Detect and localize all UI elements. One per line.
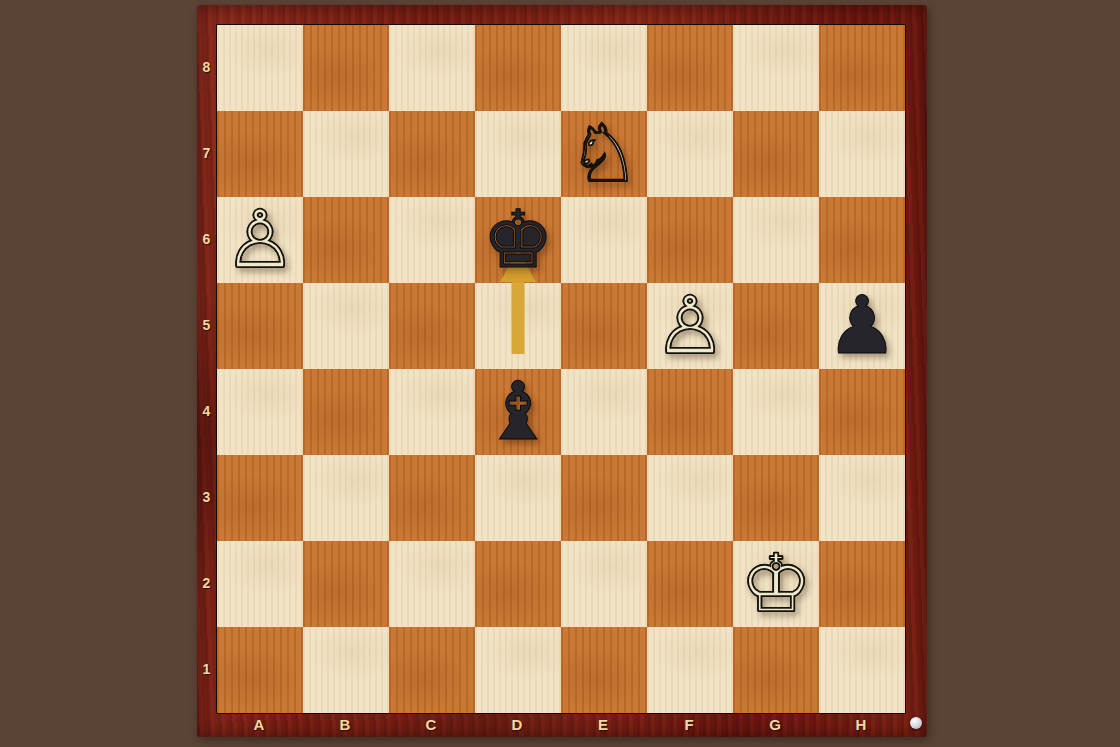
square-d3[interactable] [475,455,561,541]
square-f7[interactable] [647,111,733,197]
square-e4[interactable] [561,369,647,455]
square-f8[interactable] [647,25,733,111]
square-a3[interactable] [217,455,303,541]
square-d7[interactable] [475,111,561,197]
square-g3[interactable] [733,455,819,541]
square-e7[interactable]: ♘ [561,111,647,197]
square-d2[interactable] [475,541,561,627]
file-label-a: A [216,712,302,737]
square-g2[interactable]: ♔ [733,541,819,627]
square-e5[interactable] [561,283,647,369]
piece-white-pawn-f5[interactable]: ♙ [647,283,733,369]
square-b7[interactable] [303,111,389,197]
square-e8[interactable] [561,25,647,111]
rank-label-2: 2 [197,540,216,626]
square-h7[interactable] [819,111,905,197]
square-e1[interactable] [561,627,647,713]
square-a6[interactable]: ♙ [217,197,303,283]
square-d8[interactable] [475,25,561,111]
square-h2[interactable] [819,541,905,627]
square-c1[interactable] [389,627,475,713]
square-b1[interactable] [303,627,389,713]
square-a1[interactable] [217,627,303,713]
square-g8[interactable] [733,25,819,111]
square-f4[interactable] [647,369,733,455]
board-frame: ♘♙♚♙♟♝♔ 87654321 ABCDEFGH [197,5,927,737]
piece-black-bishop-d4[interactable]: ♝ [475,369,561,455]
square-c6[interactable] [389,197,475,283]
square-c3[interactable] [389,455,475,541]
square-g1[interactable] [733,627,819,713]
square-b3[interactable] [303,455,389,541]
file-label-e: E [560,712,646,737]
square-g6[interactable] [733,197,819,283]
rank-label-4: 4 [197,368,216,454]
chess-board: ♘♙♚♙♟♝♔ [216,24,906,714]
square-f5[interactable]: ♙ [647,283,733,369]
square-d6[interactable]: ♚ [475,197,561,283]
square-h8[interactable] [819,25,905,111]
square-a5[interactable] [217,283,303,369]
rank-label-7: 7 [197,110,216,196]
square-h3[interactable] [819,455,905,541]
rank-label-1: 1 [197,626,216,712]
square-g4[interactable] [733,369,819,455]
piece-white-pawn-a6[interactable]: ♙ [217,197,303,283]
square-a7[interactable] [217,111,303,197]
square-d4[interactable]: ♝ [475,369,561,455]
side-to-move-indicator [910,717,922,729]
rank-label-8: 8 [197,24,216,110]
square-e6[interactable] [561,197,647,283]
square-h6[interactable] [819,197,905,283]
square-a4[interactable] [217,369,303,455]
square-b8[interactable] [303,25,389,111]
square-a8[interactable] [217,25,303,111]
file-label-c: C [388,712,474,737]
square-b4[interactable] [303,369,389,455]
square-g5[interactable] [733,283,819,369]
square-d1[interactable] [475,627,561,713]
square-e3[interactable] [561,455,647,541]
square-a2[interactable] [217,541,303,627]
file-label-g: G [732,712,818,737]
square-b6[interactable] [303,197,389,283]
square-c7[interactable] [389,111,475,197]
file-label-b: B [302,712,388,737]
piece-white-king-g2[interactable]: ♔ [733,541,819,627]
rank-label-6: 6 [197,196,216,282]
square-h4[interactable] [819,369,905,455]
piece-black-king-d6[interactable]: ♚ [475,197,561,283]
piece-white-knight-e7[interactable]: ♘ [561,111,647,197]
square-c8[interactable] [389,25,475,111]
piece-black-pawn-h5[interactable]: ♟ [819,283,905,369]
square-f2[interactable] [647,541,733,627]
file-label-d: D [474,712,560,737]
square-c5[interactable] [389,283,475,369]
square-h5[interactable]: ♟ [819,283,905,369]
square-h1[interactable] [819,627,905,713]
file-label-f: F [646,712,732,737]
square-f6[interactable] [647,197,733,283]
square-b2[interactable] [303,541,389,627]
square-f1[interactable] [647,627,733,713]
square-g7[interactable] [733,111,819,197]
rank-label-3: 3 [197,454,216,540]
square-b5[interactable] [303,283,389,369]
rank-label-5: 5 [197,282,216,368]
square-e2[interactable] [561,541,647,627]
square-f3[interactable] [647,455,733,541]
square-c2[interactable] [389,541,475,627]
file-label-h: H [818,712,904,737]
square-c4[interactable] [389,369,475,455]
